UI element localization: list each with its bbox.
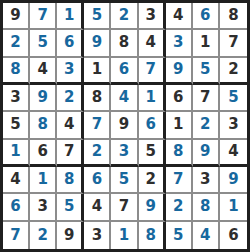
cell-r1c6[interactable]: 3 bbox=[139, 3, 166, 30]
cell-r7c4[interactable]: 6 bbox=[84, 167, 111, 194]
cell-r7c6[interactable]: 2 bbox=[139, 167, 166, 194]
cell-r3c1[interactable]: 8 bbox=[3, 58, 30, 85]
cell-r1c7[interactable]: 4 bbox=[166, 3, 193, 30]
cell-r6c1[interactable]: 1 bbox=[3, 140, 30, 167]
cell-r3c5[interactable]: 6 bbox=[111, 58, 138, 85]
cell-r6c9[interactable]: 4 bbox=[220, 140, 247, 167]
cell-r9c8[interactable]: 4 bbox=[193, 222, 220, 249]
cell-r5c7[interactable]: 1 bbox=[166, 112, 193, 139]
cell-r2c8[interactable]: 1 bbox=[193, 30, 220, 57]
cell-r7c5[interactable]: 5 bbox=[111, 167, 138, 194]
cell-r1c8[interactable]: 6 bbox=[193, 3, 220, 30]
sudoku-board: 9715234682569843178431679523928416755847… bbox=[0, 0, 250, 252]
cell-r2c6[interactable]: 4 bbox=[139, 30, 166, 57]
cell-r6c2[interactable]: 6 bbox=[30, 140, 57, 167]
cell-r8c5[interactable]: 7 bbox=[111, 194, 138, 221]
cell-r7c2[interactable]: 1 bbox=[30, 167, 57, 194]
cell-r8c4[interactable]: 4 bbox=[84, 194, 111, 221]
cell-r5c1[interactable]: 5 bbox=[3, 112, 30, 139]
cell-r7c1[interactable]: 4 bbox=[3, 167, 30, 194]
cell-r6c8[interactable]: 9 bbox=[193, 140, 220, 167]
cell-r3c9[interactable]: 2 bbox=[220, 58, 247, 85]
cell-r3c6[interactable]: 7 bbox=[139, 58, 166, 85]
cell-r7c3[interactable]: 8 bbox=[57, 167, 84, 194]
cell-r9c7[interactable]: 5 bbox=[166, 222, 193, 249]
cell-r4c9[interactable]: 5 bbox=[220, 85, 247, 112]
cell-r2c3[interactable]: 6 bbox=[57, 30, 84, 57]
cell-r1c5[interactable]: 2 bbox=[111, 3, 138, 30]
cell-r3c8[interactable]: 5 bbox=[193, 58, 220, 85]
cell-r6c4[interactable]: 2 bbox=[84, 140, 111, 167]
cell-r5c4[interactable]: 7 bbox=[84, 112, 111, 139]
cell-r9c2[interactable]: 2 bbox=[30, 222, 57, 249]
cell-r1c3[interactable]: 1 bbox=[57, 3, 84, 30]
cell-r6c3[interactable]: 7 bbox=[57, 140, 84, 167]
cell-r3c3[interactable]: 3 bbox=[57, 58, 84, 85]
cell-r5c8[interactable]: 2 bbox=[193, 112, 220, 139]
cell-r7c7[interactable]: 7 bbox=[166, 167, 193, 194]
cell-r9c6[interactable]: 8 bbox=[139, 222, 166, 249]
cell-r5c6[interactable]: 6 bbox=[139, 112, 166, 139]
cell-r2c7[interactable]: 3 bbox=[166, 30, 193, 57]
cell-r7c8[interactable]: 3 bbox=[193, 167, 220, 194]
cell-r4c7[interactable]: 6 bbox=[166, 85, 193, 112]
cell-r5c9[interactable]: 3 bbox=[220, 112, 247, 139]
cell-r5c2[interactable]: 8 bbox=[30, 112, 57, 139]
cell-r5c3[interactable]: 4 bbox=[57, 112, 84, 139]
cell-r4c2[interactable]: 9 bbox=[30, 85, 57, 112]
cell-r8c6[interactable]: 9 bbox=[139, 194, 166, 221]
cell-r8c1[interactable]: 6 bbox=[3, 194, 30, 221]
cell-r1c4[interactable]: 5 bbox=[84, 3, 111, 30]
cell-r9c5[interactable]: 1 bbox=[111, 222, 138, 249]
cell-r3c4[interactable]: 1 bbox=[84, 58, 111, 85]
cell-r2c1[interactable]: 2 bbox=[3, 30, 30, 57]
cell-r9c9[interactable]: 6 bbox=[220, 222, 247, 249]
cell-r7c9[interactable]: 9 bbox=[220, 167, 247, 194]
cell-r8c7[interactable]: 2 bbox=[166, 194, 193, 221]
cell-r1c1[interactable]: 9 bbox=[3, 3, 30, 30]
cell-r9c3[interactable]: 9 bbox=[57, 222, 84, 249]
cell-r4c4[interactable]: 8 bbox=[84, 85, 111, 112]
cell-r8c3[interactable]: 5 bbox=[57, 194, 84, 221]
cell-r2c5[interactable]: 8 bbox=[111, 30, 138, 57]
cell-r4c1[interactable]: 3 bbox=[3, 85, 30, 112]
cell-r8c9[interactable]: 1 bbox=[220, 194, 247, 221]
cell-r9c4[interactable]: 3 bbox=[84, 222, 111, 249]
cell-r5c5[interactable]: 9 bbox=[111, 112, 138, 139]
cell-r6c5[interactable]: 3 bbox=[111, 140, 138, 167]
cell-r6c6[interactable]: 5 bbox=[139, 140, 166, 167]
cell-r8c2[interactable]: 3 bbox=[30, 194, 57, 221]
cell-r3c2[interactable]: 4 bbox=[30, 58, 57, 85]
cell-r8c8[interactable]: 8 bbox=[193, 194, 220, 221]
cell-r6c7[interactable]: 8 bbox=[166, 140, 193, 167]
cell-r4c6[interactable]: 1 bbox=[139, 85, 166, 112]
cell-r4c3[interactable]: 2 bbox=[57, 85, 84, 112]
cell-r9c1[interactable]: 7 bbox=[3, 222, 30, 249]
cell-r3c7[interactable]: 9 bbox=[166, 58, 193, 85]
cell-r1c2[interactable]: 7 bbox=[30, 3, 57, 30]
cell-r2c4[interactable]: 9 bbox=[84, 30, 111, 57]
cell-r1c9[interactable]: 8 bbox=[220, 3, 247, 30]
cell-r2c2[interactable]: 5 bbox=[30, 30, 57, 57]
cell-r4c8[interactable]: 7 bbox=[193, 85, 220, 112]
cell-r2c9[interactable]: 7 bbox=[220, 30, 247, 57]
cell-r4c5[interactable]: 4 bbox=[111, 85, 138, 112]
